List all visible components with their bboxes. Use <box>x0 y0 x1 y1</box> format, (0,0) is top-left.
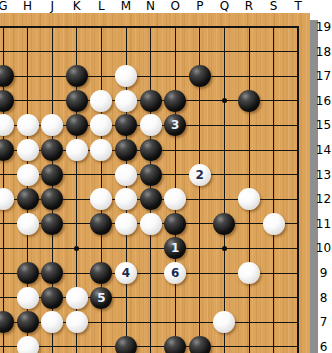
white-stone-H11[interactable] <box>17 213 39 235</box>
row-label-14: 14 <box>315 143 332 157</box>
black-stone-P6[interactable] <box>189 336 211 353</box>
row-label-19: 19 <box>315 20 332 34</box>
column-label-Q: Q <box>214 0 234 13</box>
black-stone-N12[interactable] <box>140 188 162 210</box>
column-label-L: L <box>91 0 111 13</box>
row-label-8: 8 <box>315 291 332 305</box>
row-label-6: 6 <box>315 340 332 353</box>
black-stone-O6[interactable] <box>164 336 186 353</box>
black-stone-H9[interactable] <box>17 262 39 284</box>
row-label-9: 9 <box>315 266 332 280</box>
white-stone-H8[interactable] <box>17 287 39 309</box>
black-stone-N13[interactable] <box>140 164 162 186</box>
column-label-N: N <box>141 0 161 13</box>
white-stone-K14[interactable] <box>66 139 88 161</box>
black-stone-N16[interactable] <box>140 90 162 112</box>
column-label-T: T <box>288 0 308 13</box>
white-stone-M16[interactable] <box>115 90 137 112</box>
black-stone-J8[interactable] <box>41 287 63 309</box>
grid-line-row-6 <box>0 346 299 347</box>
column-label-M: M <box>116 0 136 13</box>
black-stone-P17[interactable] <box>189 65 211 87</box>
white-stone-R9[interactable] <box>238 262 260 284</box>
black-stone-R16[interactable] <box>238 90 260 112</box>
white-stone-N11[interactable] <box>140 213 162 235</box>
row-label-12: 12 <box>315 192 332 206</box>
white-stone-M9[interactable] <box>115 262 137 284</box>
black-stone-H12[interactable] <box>17 188 39 210</box>
black-stone-K16[interactable] <box>66 90 88 112</box>
column-label-P: P <box>190 0 210 13</box>
grid-line-row-19 <box>0 26 299 28</box>
black-stone-L8[interactable] <box>90 287 112 309</box>
black-stone-N14[interactable] <box>140 139 162 161</box>
column-label-K: K <box>67 0 87 13</box>
black-stone-M14[interactable] <box>115 139 137 161</box>
column-label-R: R <box>239 0 259 13</box>
white-stone-S11[interactable] <box>263 213 285 235</box>
black-stone-O16[interactable] <box>164 90 186 112</box>
black-stone-H7[interactable] <box>17 311 39 333</box>
black-stone-J13[interactable] <box>41 164 63 186</box>
white-stone-M11[interactable] <box>115 213 137 235</box>
column-label-G: G <box>0 0 13 13</box>
white-stone-H14[interactable] <box>17 139 39 161</box>
row-label-16: 16 <box>315 94 332 108</box>
star-point-Q10 <box>222 246 227 251</box>
white-stone-H15[interactable] <box>17 114 39 136</box>
white-stone-H6[interactable] <box>17 336 39 353</box>
white-stone-K7[interactable] <box>66 311 88 333</box>
white-stone-P13[interactable] <box>189 164 211 186</box>
grid-line-row-17 <box>0 76 299 77</box>
column-label-O: O <box>165 0 185 13</box>
go-board-viewport: 321465 GHJKLMNOPQRST 1918171615141312111… <box>0 0 332 353</box>
row-label-10: 10 <box>315 241 332 255</box>
row-label-17: 17 <box>315 69 332 83</box>
row-label-7: 7 <box>315 315 332 329</box>
black-stone-J11[interactable] <box>41 213 63 235</box>
row-label-15: 15 <box>315 118 332 132</box>
white-stone-N15[interactable] <box>140 114 162 136</box>
white-stone-M13[interactable] <box>115 164 137 186</box>
row-label-11: 11 <box>315 217 332 231</box>
black-stone-K17[interactable] <box>66 65 88 87</box>
white-stone-H13[interactable] <box>17 164 39 186</box>
column-label-J: J <box>42 0 62 13</box>
black-stone-O11[interactable] <box>164 213 186 235</box>
white-stone-K8[interactable] <box>66 287 88 309</box>
grid-line-row-10 <box>0 248 299 249</box>
grid-line-row-18 <box>0 51 299 52</box>
row-label-13: 13 <box>315 168 332 182</box>
column-label-S: S <box>264 0 284 13</box>
row-label-18: 18 <box>315 45 332 59</box>
black-stone-M6[interactable] <box>115 336 137 353</box>
column-label-H: H <box>18 0 38 13</box>
